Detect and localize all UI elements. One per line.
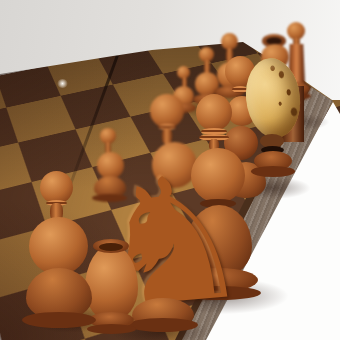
pawn-body	[29, 217, 88, 275]
chess-photo-scene: ♞	[0, 0, 340, 340]
pawn-base-bottom	[22, 312, 96, 328]
piece-white-pawn-a1[interactable]	[0, 0, 340, 340]
